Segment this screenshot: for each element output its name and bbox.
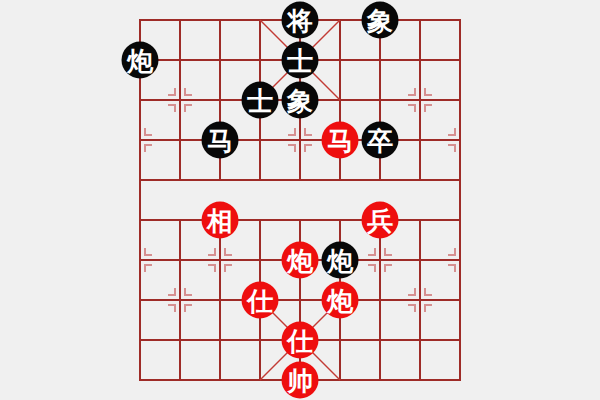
- piece-red-advisor[interactable]: 仕: [282, 322, 319, 359]
- board-cell: [419, 19, 461, 59]
- point-marker-bracket: [448, 248, 456, 256]
- piece-black-advisor[interactable]: 士: [282, 42, 319, 79]
- point-marker-bracket: [368, 264, 376, 272]
- point-marker-bracket: [168, 304, 176, 312]
- point-marker-bracket: [224, 248, 232, 256]
- piece-black-elephant[interactable]: 象: [362, 2, 399, 39]
- board-cell: [339, 339, 379, 381]
- point-marker-bracket: [168, 288, 176, 296]
- point-marker-bracket: [144, 264, 152, 272]
- point-marker-bracket: [184, 104, 192, 112]
- point-marker-bracket: [184, 304, 192, 312]
- piece-black-general[interactable]: 将: [282, 2, 319, 39]
- point-marker-bracket: [408, 104, 416, 112]
- board-cell: [179, 19, 219, 59]
- point-marker-bracket: [304, 144, 312, 152]
- point-marker-bracket: [288, 128, 296, 136]
- board-cell: [139, 179, 179, 219]
- point-marker-bracket: [208, 248, 216, 256]
- point-marker-bracket: [144, 128, 152, 136]
- point-marker-bracket: [448, 144, 456, 152]
- point-marker-bracket: [184, 288, 192, 296]
- board-cell: [339, 59, 379, 99]
- point-marker-bracket: [424, 104, 432, 112]
- point-marker-bracket: [144, 144, 152, 152]
- board-cell: [179, 339, 219, 381]
- xiangqi-board: 将象炮士士象马马卒相兵炮炮仕炮仕帅: [139, 19, 461, 381]
- piece-black-soldier[interactable]: 卒: [362, 122, 399, 159]
- point-marker-bracket: [184, 88, 192, 96]
- point-marker-bracket: [288, 144, 296, 152]
- point-marker-bracket: [408, 304, 416, 312]
- xiangqi-app: 将象炮士士象马马卒相兵炮炮仕炮仕帅: [0, 0, 600, 400]
- piece-red-cannon[interactable]: 炮: [282, 242, 319, 279]
- point-marker-bracket: [448, 264, 456, 272]
- point-marker-bracket: [144, 248, 152, 256]
- point-marker-bracket: [424, 88, 432, 96]
- board-cell: [219, 19, 259, 59]
- board-cell: [219, 339, 259, 381]
- point-marker-bracket: [424, 304, 432, 312]
- point-marker-bracket: [448, 128, 456, 136]
- piece-red-advisor[interactable]: 仕: [242, 282, 279, 319]
- piece-red-soldier[interactable]: 兵: [362, 202, 399, 239]
- point-marker-bracket: [384, 248, 392, 256]
- piece-black-elephant[interactable]: 象: [282, 82, 319, 119]
- board-cell: [419, 179, 461, 219]
- board-cell: [379, 339, 419, 381]
- piece-black-cannon[interactable]: 炮: [322, 242, 359, 279]
- point-marker-bracket: [168, 88, 176, 96]
- piece-red-elephant[interactable]: 相: [202, 202, 239, 239]
- board-cell: [419, 339, 461, 381]
- point-marker-bracket: [408, 88, 416, 96]
- point-marker-bracket: [424, 288, 432, 296]
- point-marker-bracket: [408, 288, 416, 296]
- board-cell: [139, 339, 179, 381]
- point-marker-bracket: [384, 264, 392, 272]
- piece-black-advisor[interactable]: 士: [242, 82, 279, 119]
- point-marker-bracket: [168, 104, 176, 112]
- piece-red-general[interactable]: 帅: [282, 362, 319, 399]
- piece-black-cannon[interactable]: 炮: [122, 42, 159, 79]
- board-cell: [259, 179, 299, 219]
- piece-red-cannon[interactable]: 炮: [322, 282, 359, 319]
- point-marker-bracket: [368, 248, 376, 256]
- board-cell: [299, 179, 339, 219]
- point-marker-bracket: [224, 264, 232, 272]
- piece-black-horse[interactable]: 马: [202, 122, 239, 159]
- piece-red-horse[interactable]: 马: [322, 122, 359, 159]
- point-marker-bracket: [304, 128, 312, 136]
- point-marker-bracket: [208, 264, 216, 272]
